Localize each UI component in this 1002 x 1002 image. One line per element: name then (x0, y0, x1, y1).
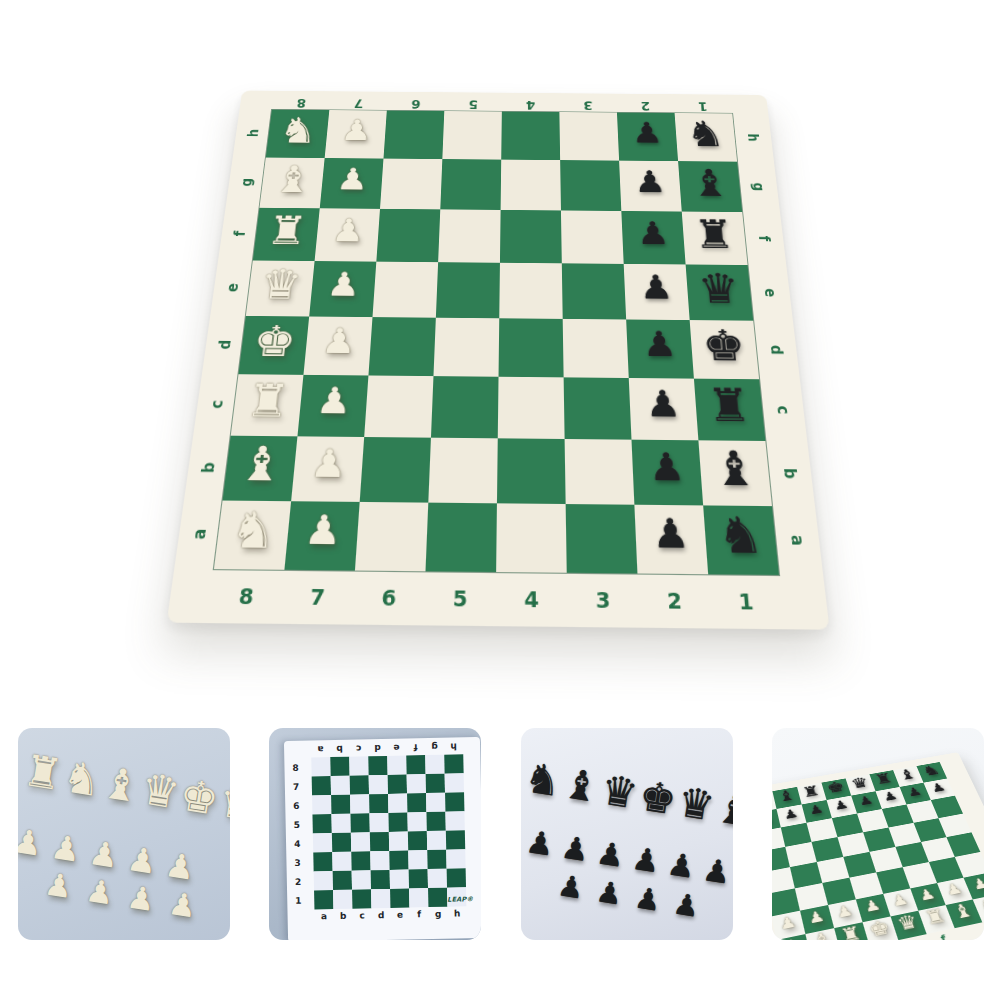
rank-label-top-8: 8 (272, 92, 331, 110)
white-pawn: ♟ (320, 324, 357, 359)
square-f4 (500, 210, 562, 263)
thumb-board-bottom-letters: abcdefgh (315, 908, 467, 921)
thumb-letter-top-e: e (387, 743, 406, 753)
thumb-board-square (389, 831, 408, 850)
thumb-board-square (446, 830, 465, 849)
white-pawn: ♟ (125, 881, 157, 916)
black-king: ♚ (825, 779, 846, 795)
black-knight: ♞ (715, 509, 765, 560)
square-e5 (436, 262, 500, 318)
rank-label-bottom-5: 5 (424, 586, 496, 612)
black-rook: ♜ (705, 382, 752, 428)
white-pawn: ♟ (890, 892, 910, 909)
square-d6 (368, 317, 435, 376)
thumb-board-square (428, 888, 447, 907)
thumb-board-square (428, 869, 447, 888)
thumb-board-square (313, 833, 332, 852)
square-e2: ♟ (624, 264, 690, 320)
white-pawn: ♟ (944, 881, 964, 897)
thumb-num-3: 3 (295, 853, 302, 872)
thumb-board-square (426, 774, 445, 793)
thumb-board-square (312, 776, 331, 795)
square-h5 (442, 111, 501, 159)
black-pawn: ♟ (630, 843, 662, 878)
black-bishop: ♝ (688, 164, 730, 201)
white-rook: ♜ (923, 906, 949, 928)
square-a6 (355, 502, 428, 571)
black-pawn: ♟ (906, 786, 924, 799)
thumb-board-square (331, 795, 350, 814)
black-queen: ♛ (598, 769, 641, 815)
thumb-letter-top-h: h (444, 741, 463, 751)
black-pawn: ♟ (632, 883, 662, 916)
square-b2: ♟ (631, 440, 703, 506)
thumb-letter-top-a: a (311, 744, 330, 754)
white-knight: ♞ (977, 895, 984, 916)
thumb-letter-top-f: f (406, 742, 425, 752)
thumb-board-square (427, 831, 446, 850)
board-scene: 87654321 hgfedcba hgfedcba 87654321 ♞♟♟♞… (167, 91, 830, 630)
thumb-board-square (409, 869, 428, 888)
square-a2: ♟ (634, 505, 708, 575)
black-pawn: ♟ (641, 327, 677, 362)
square-f5 (438, 209, 500, 262)
thumb-board-square (371, 851, 390, 870)
square-b8: ♝ (223, 436, 298, 502)
white-pawn: ♟ (309, 444, 348, 483)
thumb-board-square (331, 776, 350, 795)
square-a4 (496, 503, 567, 572)
thumb-board-square (390, 888, 409, 907)
thumb-board-square (388, 775, 407, 794)
thumb-letter-top-b: b (330, 744, 349, 754)
thumb-letter-e: e (391, 909, 410, 919)
thumb-letter-b: b (334, 911, 353, 921)
rank-label-bottom-1: 1 (709, 589, 783, 615)
thumb-board-square (312, 757, 331, 776)
square-c8: ♜ (231, 374, 304, 436)
square-h1: ♞ (675, 113, 738, 162)
black-knight: ♞ (685, 116, 726, 152)
main-board-grid: ♞♟♟♞♝♟♟♝♜♟♟♜♛♟♟♛♚♟♟♚♜♟♟♜♝♟♟♝♞♟♟♞ (214, 110, 779, 575)
thumb-board-square (332, 833, 351, 852)
white-king: ♚ (867, 917, 892, 939)
white-pieces-back-row: ♜♞♝♛♚♛♝ (20, 749, 230, 835)
thumb-board-grid (312, 754, 467, 909)
thumbnail-black-pieces[interactable]: ♞♝♛♚♛♝♞ ♟♟♟♟♟♟ ♟♟♟♟ (521, 728, 733, 940)
square-d4 (499, 318, 564, 377)
black-knight: ♞ (521, 757, 564, 803)
white-bishop: ♝ (810, 929, 835, 940)
black-pawn: ♟ (631, 119, 664, 148)
thumb-board-square (350, 756, 369, 775)
white-knight: ♞ (228, 504, 279, 555)
white-pawn: ♟ (315, 383, 353, 420)
white-queen: ♛ (258, 264, 304, 305)
thumb-num-2: 2 (295, 872, 302, 891)
white-bishop: ♝ (98, 761, 143, 810)
thumb-board-square (351, 813, 370, 832)
black-rook: ♜ (801, 783, 822, 799)
square-g1: ♝ (678, 161, 742, 212)
black-bishop: ♝ (710, 444, 759, 492)
black-pawn: ♟ (808, 803, 825, 817)
rank-label-top-2: 2 (616, 94, 674, 112)
thumb-board-square (370, 813, 389, 832)
black-pawn: ♟ (857, 794, 874, 807)
square-f6 (376, 209, 440, 262)
square-c5 (431, 376, 499, 438)
black-pawn: ♟ (772, 812, 774, 826)
square-h3 (559, 112, 619, 161)
square-d1: ♚ (690, 320, 759, 379)
thumb-board-square (369, 794, 388, 813)
rank-label-top-1: 1 (673, 95, 732, 113)
thumb-board-square (447, 868, 466, 887)
black-pawn: ♟ (665, 848, 697, 883)
square-h8: ♞ (266, 110, 329, 158)
white-king: ♚ (177, 773, 222, 822)
thumb-letter-f: f (410, 909, 429, 919)
thumb-board-square (371, 889, 390, 908)
black-queen: ♛ (849, 775, 870, 791)
square-c7: ♟ (297, 375, 368, 437)
white-pawn: ♟ (43, 868, 75, 903)
thumb-num-7: 7 (293, 777, 300, 796)
black-bishop: ♝ (897, 767, 918, 783)
thumb-letter-d: d (372, 910, 391, 920)
thumb-board-square (370, 832, 389, 851)
thumb-board-square (388, 756, 407, 775)
thumb-board-square (312, 795, 331, 814)
thumb-board-square (313, 814, 332, 833)
thumbnail-white-pieces[interactable]: ♜♞♝♛♚♛♝ ♟♟♟♟♟ ♟♟♟♟ (18, 728, 230, 940)
square-b6 (360, 437, 431, 503)
rank-label-bottom-4: 4 (496, 586, 568, 612)
white-bishop: ♝ (950, 900, 976, 922)
thumb-board-square (445, 792, 464, 811)
black-pawn: ♟ (700, 854, 732, 889)
thumb-letter-g: g (429, 909, 448, 919)
rank-label-bottom-3: 3 (567, 587, 639, 613)
black-pawn: ♟ (638, 271, 673, 304)
thumb-board-square (408, 831, 427, 850)
square-b3 (565, 439, 635, 505)
black-pawn: ♟ (930, 781, 948, 794)
white-queen: ♛ (138, 767, 183, 816)
square-g4 (501, 160, 561, 211)
black-pawn: ♟ (833, 799, 850, 813)
square-c6 (364, 375, 433, 437)
white-pawn: ♟ (49, 830, 83, 867)
white-bishop: ♝ (271, 160, 314, 197)
white-pawn: ♟ (87, 836, 121, 873)
thumb-board-square (350, 794, 369, 813)
square-a7: ♟ (284, 501, 359, 570)
thumb-board-square (446, 811, 465, 830)
thumb-board-square (333, 852, 352, 871)
square-f1: ♜ (682, 212, 748, 265)
black-pawn: ♟ (648, 448, 686, 487)
thumb-board-square (371, 870, 390, 889)
thumb-board-square (407, 755, 426, 774)
white-knight: ♞ (59, 755, 104, 804)
thumb-board-square (388, 794, 407, 813)
thumb-board-square (426, 793, 445, 812)
thumb-letter-a: a (315, 911, 334, 921)
white-rook: ♜ (839, 923, 864, 940)
square-e4 (499, 263, 562, 319)
thumb-board-square (409, 850, 428, 869)
white-pawn: ♟ (807, 909, 826, 926)
black-pawn: ♟ (882, 790, 899, 803)
black-pawn: ♟ (633, 167, 666, 197)
square-b7: ♟ (291, 436, 364, 502)
square-c2: ♟ (629, 378, 699, 440)
thumb-board-square (390, 850, 409, 869)
thumb-board-left-numbers: 87654321 (293, 758, 302, 910)
rank-label-top-6: 6 (387, 92, 445, 110)
black-rook: ♜ (692, 214, 736, 253)
square-a3 (566, 504, 638, 573)
thumb-board-square (426, 755, 445, 774)
thumb-board-square (332, 814, 351, 833)
thumb-board-square (369, 756, 388, 775)
white-pawn: ♟ (125, 842, 159, 879)
square-e6 (372, 262, 438, 318)
square-g5 (440, 159, 501, 210)
thumb-board-top-letters: abcdefgh (311, 741, 463, 754)
square-d2: ♟ (626, 319, 694, 378)
thumbnail-gallery: ♜♞♝♛♚♛♝ ♟♟♟♟♟ ♟♟♟♟ abcdefgh 87654321 abc… (0, 728, 1002, 940)
square-g3 (560, 160, 621, 211)
square-a8: ♞ (214, 501, 291, 570)
square-c1: ♜ (694, 379, 765, 441)
square-f2: ♟ (621, 211, 685, 264)
square-e3 (562, 263, 626, 319)
square-c3 (564, 377, 632, 439)
thumb-board-square (407, 774, 426, 793)
square-h6 (383, 111, 444, 159)
white-pawn: ♟ (835, 903, 854, 920)
mini-board-grid: ♞♝♜♚♛♜♝♞♟♟♟♟♟♟♟♟♟♟♟♟♟♟♟♟♞♝♜♚♛♜♝♞ (772, 762, 984, 940)
thumb-letter-top-d: d (368, 743, 387, 753)
black-pawn: ♟ (783, 808, 800, 822)
thumb-letter-c: c (353, 910, 372, 920)
white-pawn: ♟ (163, 848, 197, 885)
square-d7: ♟ (303, 317, 372, 376)
white-pawn: ♟ (863, 898, 883, 915)
black-pawn: ♟ (559, 832, 591, 867)
white-pawn: ♟ (18, 824, 45, 861)
rank-label-top-7: 7 (329, 92, 388, 110)
chess-mat: 87654321 hgfedcba hgfedcba 87654321 ♞♟♟♞… (167, 91, 830, 630)
square-b4 (497, 438, 566, 504)
thumb-board-square (350, 775, 369, 794)
thumb-board-square (447, 849, 466, 868)
white-pawn: ♟ (330, 215, 365, 247)
thumb-board-square (351, 832, 370, 851)
rank-label-bottom-6: 6 (352, 585, 425, 611)
square-d8: ♚ (239, 316, 310, 375)
black-knight: ♞ (920, 763, 942, 779)
thumb-board-square (428, 850, 447, 869)
thumb-board-square (427, 812, 446, 831)
white-pawn: ♟ (335, 164, 369, 194)
thumb-board-square (333, 890, 352, 909)
thumb-num-4: 4 (294, 834, 301, 853)
black-pawn: ♟ (636, 218, 670, 250)
thumb-board-square (369, 775, 388, 794)
square-d3 (563, 319, 629, 378)
square-e7: ♟ (309, 261, 376, 317)
thumb-board-square (409, 888, 428, 907)
white-rook: ♜ (244, 378, 292, 423)
thumb-board-square (389, 813, 408, 832)
thumb-letter-top-c: c (349, 743, 368, 753)
white-pawn: ♟ (779, 915, 798, 933)
square-h4 (501, 112, 560, 161)
square-b5 (428, 438, 497, 504)
mini-mat: ♞♝♜♚♛♜♝♞♟♟♟♟♟♟♟♟♟♟♟♟♟♟♟♟♞♝♜♚♛♜♝♞ abcdef (772, 752, 984, 940)
square-g7: ♟ (320, 158, 384, 209)
square-g8: ♝ (260, 158, 325, 209)
thumb-board-square (331, 757, 350, 776)
rank-label-top-3: 3 (559, 94, 617, 112)
square-d5 (433, 318, 499, 377)
square-h2: ♟ (617, 113, 678, 162)
rank-label-bottom-7: 7 (281, 584, 354, 610)
black-queen: ♛ (674, 781, 717, 827)
vinyl-board-sheet: abcdefgh 87654321 abcdefgh LEAP® (284, 737, 481, 940)
white-pawn: ♟ (340, 116, 373, 145)
thumb-board-square (445, 754, 464, 773)
square-a1: ♞ (703, 505, 779, 575)
white-pawn: ♟ (325, 268, 361, 301)
black-king: ♚ (636, 775, 679, 821)
rank-labels-bottom: 87654321 (208, 572, 785, 625)
square-e8: ♛ (246, 260, 315, 316)
white-bishop: ♝ (236, 439, 286, 487)
thumb-letter-top-g: g (425, 742, 444, 752)
black-queen: ♛ (696, 268, 741, 309)
white-pawn: ♟ (917, 887, 937, 904)
square-f7: ♟ (315, 208, 380, 261)
thumb-board-square (352, 889, 371, 908)
white-knight: ♞ (781, 935, 805, 940)
square-b1: ♝ (698, 440, 772, 506)
black-pawn: ♟ (671, 889, 701, 922)
white-rook: ♜ (20, 749, 65, 798)
thumb-board-square (352, 870, 371, 889)
black-pawn: ♟ (594, 877, 624, 910)
rank-label-bottom-2: 2 (638, 588, 711, 614)
thumb-board-square (352, 851, 371, 870)
black-pawn: ♟ (594, 837, 626, 872)
square-f8: ♜ (253, 208, 320, 261)
thumb-board-square (408, 812, 427, 831)
black-bishop: ♝ (776, 788, 796, 805)
mini-board-scene: ♞♝♜♚♛♜♝♞♟♟♟♟♟♟♟♟♟♟♟♟♟♟♟♟♞♝♜♚♛♜♝♞ abcdef (772, 747, 984, 940)
square-e1: ♛ (686, 264, 754, 320)
thumb-board-square (314, 852, 333, 871)
thumb-num-5: 5 (294, 815, 301, 834)
square-c4 (498, 377, 565, 439)
thumb-num-6: 6 (293, 796, 300, 815)
thumbnail-full-set[interactable]: ♞♝♜♚♛♜♝♞♟♟♟♟♟♟♟♟♟♟♟♟♟♟♟♟♞♝♜♚♛♜♝♞ abcdef (772, 728, 984, 940)
square-a5 (425, 503, 496, 572)
thumb-board-square (333, 871, 352, 890)
black-pawn: ♟ (651, 513, 690, 554)
thumb-num-8: 8 (293, 758, 300, 777)
black-pawn: ♟ (644, 386, 681, 423)
square-g2: ♟ (619, 161, 682, 212)
black-pawn: ♟ (555, 871, 585, 904)
black-king: ♚ (701, 323, 747, 366)
white-pawn: ♟ (303, 510, 343, 551)
white-pawn: ♟ (970, 876, 984, 892)
thumb-board-square (445, 773, 464, 792)
rank-label-top-5: 5 (444, 93, 502, 111)
black-pieces-mid-row: ♟♟♟♟♟♟ (524, 826, 733, 889)
rank-label-bottom-8: 8 (209, 583, 283, 609)
thumb-board-square (390, 869, 409, 888)
black-pawn: ♟ (524, 826, 556, 861)
square-f3 (561, 210, 624, 263)
thumb-board-square (314, 871, 333, 890)
black-bishop: ♝ (559, 763, 602, 809)
white-pawn: ♟ (84, 875, 116, 910)
square-g6 (380, 159, 442, 210)
white-queen: ♛ (895, 912, 920, 934)
thumb-letter-h: h (448, 908, 467, 918)
brand-logo: LEAP® (448, 895, 474, 904)
white-king: ♚ (251, 319, 298, 362)
square-h7: ♟ (325, 110, 387, 158)
product-photo[interactable]: 87654321 hgfedcba hgfedcba 87654321 ♞♟♟♞… (0, 34, 1002, 722)
thumb-board-square (314, 890, 333, 909)
white-rook: ♜ (265, 211, 309, 250)
white-pawn: ♟ (166, 888, 198, 923)
thumb-board-square (407, 793, 426, 812)
rank-label-top-4: 4 (502, 93, 560, 111)
thumbnail-board-front[interactable]: abcdefgh 87654321 abcdefgh LEAP® (269, 728, 481, 940)
thumb-num-1: 1 (295, 891, 302, 910)
white-knight: ♞ (277, 112, 319, 147)
black-rook: ♜ (873, 771, 894, 787)
